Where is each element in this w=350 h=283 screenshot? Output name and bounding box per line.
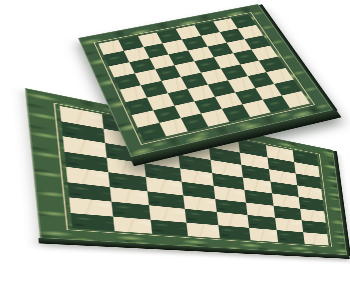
square-g1-bottom-board bbox=[277, 230, 305, 244]
square-d1-bottom-board bbox=[186, 222, 220, 238]
square-e1-bottom-board bbox=[218, 225, 250, 240]
square-h1-bottom-board bbox=[303, 232, 329, 245]
square-b1-bottom-board bbox=[112, 216, 152, 233]
product-photo-scene bbox=[0, 0, 350, 283]
square-a1-bottom-board bbox=[71, 213, 114, 231]
square-c1-bottom-board bbox=[151, 219, 188, 236]
square-f1-bottom-board bbox=[249, 228, 279, 243]
